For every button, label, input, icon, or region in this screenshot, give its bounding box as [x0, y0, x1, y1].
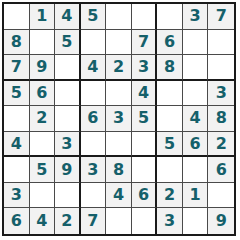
cell-r4c9: 3 — [208, 81, 234, 107]
cell-r2c4[interactable] — [81, 30, 107, 56]
cell-r1c4: 5 — [81, 4, 107, 30]
cell-r4c7[interactable] — [157, 81, 183, 107]
cell-r5c3[interactable] — [55, 106, 81, 132]
cell-r7c2: 5 — [30, 157, 56, 183]
cell-r4c2: 6 — [30, 81, 56, 107]
cell-r5c5: 3 — [106, 106, 132, 132]
cell-r6c7: 5 — [157, 132, 183, 158]
cell-r1c8: 3 — [183, 4, 209, 30]
cell-r5c1[interactable] — [4, 106, 30, 132]
cell-r2c3: 5 — [55, 30, 81, 56]
cell-r2c7: 6 — [157, 30, 183, 56]
cell-r8c8: 1 — [183, 183, 209, 209]
sudoku-board: 1453785767942385643263548435625938634621… — [2, 2, 236, 236]
cell-r6c6[interactable] — [132, 132, 158, 158]
cell-r3c1: 7 — [4, 55, 30, 81]
cell-r2c8[interactable] — [183, 30, 209, 56]
cell-r8c2[interactable] — [30, 183, 56, 209]
cell-r9c3: 2 — [55, 208, 81, 234]
cell-r2c9[interactable] — [208, 30, 234, 56]
cell-r9c8[interactable] — [183, 208, 209, 234]
cell-r9c5[interactable] — [106, 208, 132, 234]
cell-r7c9: 6 — [208, 157, 234, 183]
cell-r3c4: 4 — [81, 55, 107, 81]
cell-r4c4[interactable] — [81, 81, 107, 107]
cell-r8c9[interactable] — [208, 183, 234, 209]
cell-r5c9: 8 — [208, 106, 234, 132]
cell-r6c8: 6 — [183, 132, 209, 158]
cell-r6c2[interactable] — [30, 132, 56, 158]
cell-r5c8: 4 — [183, 106, 209, 132]
cell-r9c1: 6 — [4, 208, 30, 234]
cell-r3c9[interactable] — [208, 55, 234, 81]
cell-r4c8[interactable] — [183, 81, 209, 107]
cell-r3c3[interactable] — [55, 55, 81, 81]
cell-r4c3[interactable] — [55, 81, 81, 107]
cell-r6c9: 2 — [208, 132, 234, 158]
cell-r6c5[interactable] — [106, 132, 132, 158]
cell-r3c6: 3 — [132, 55, 158, 81]
cell-r7c1[interactable] — [4, 157, 30, 183]
cell-r9c4: 7 — [81, 208, 107, 234]
cell-r2c2[interactable] — [30, 30, 56, 56]
cell-r8c1: 3 — [4, 183, 30, 209]
cell-r8c7: 2 — [157, 183, 183, 209]
cell-r1c6[interactable] — [132, 4, 158, 30]
cell-r8c3[interactable] — [55, 183, 81, 209]
cell-r7c3: 9 — [55, 157, 81, 183]
cell-r9c7: 3 — [157, 208, 183, 234]
cell-r7c4: 3 — [81, 157, 107, 183]
cell-r7c6[interactable] — [132, 157, 158, 183]
cell-r3c7: 8 — [157, 55, 183, 81]
cell-r6c1: 4 — [4, 132, 30, 158]
cell-r4c6: 4 — [132, 81, 158, 107]
cell-r1c7[interactable] — [157, 4, 183, 30]
cell-r9c6[interactable] — [132, 208, 158, 234]
cell-r5c7[interactable] — [157, 106, 183, 132]
cell-r9c9: 9 — [208, 208, 234, 234]
cell-r4c5[interactable] — [106, 81, 132, 107]
cell-r2c6: 7 — [132, 30, 158, 56]
cell-r5c6: 5 — [132, 106, 158, 132]
cell-r7c7[interactable] — [157, 157, 183, 183]
cell-r8c6: 6 — [132, 183, 158, 209]
cell-r8c5: 4 — [106, 183, 132, 209]
cell-r1c1[interactable] — [4, 4, 30, 30]
cell-r4c1: 5 — [4, 81, 30, 107]
cell-r6c4[interactable] — [81, 132, 107, 158]
cell-r9c2: 4 — [30, 208, 56, 234]
cell-r1c5[interactable] — [106, 4, 132, 30]
cell-r3c5: 2 — [106, 55, 132, 81]
cell-r8c4[interactable] — [81, 183, 107, 209]
cell-r1c3: 4 — [55, 4, 81, 30]
cell-r6c3: 3 — [55, 132, 81, 158]
cell-r5c4: 6 — [81, 106, 107, 132]
cell-r2c1: 8 — [4, 30, 30, 56]
cell-r5c2: 2 — [30, 106, 56, 132]
cell-r7c5: 8 — [106, 157, 132, 183]
cell-r3c8[interactable] — [183, 55, 209, 81]
cell-r1c2: 1 — [30, 4, 56, 30]
cell-r7c8[interactable] — [183, 157, 209, 183]
cell-r2c5[interactable] — [106, 30, 132, 56]
cell-r1c9: 7 — [208, 4, 234, 30]
cell-r3c2: 9 — [30, 55, 56, 81]
